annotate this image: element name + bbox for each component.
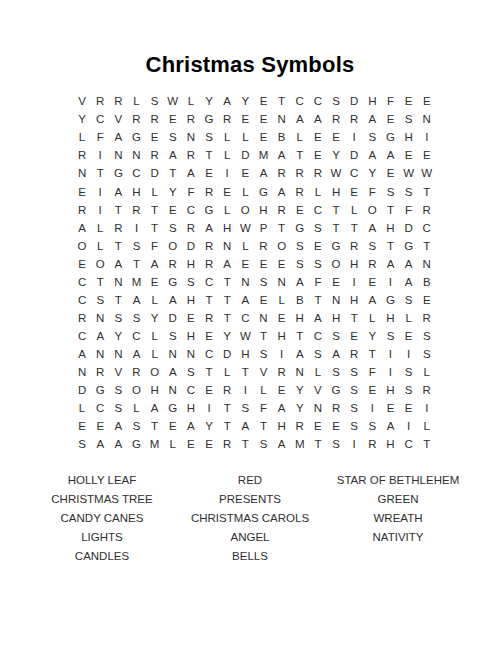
grid-cell[interactable]: N — [73, 364, 91, 382]
grid-cell[interactable]: A — [291, 111, 309, 129]
grid-cell[interactable]: E — [381, 111, 399, 129]
grid-cell[interactable]: T — [218, 310, 236, 328]
grid-cell[interactable]: R — [200, 237, 218, 255]
grid-cell[interactable]: Y — [200, 93, 218, 111]
grid-cell[interactable]: Y — [146, 310, 164, 328]
grid-cell[interactable]: S — [400, 183, 418, 201]
grid-cell[interactable]: T — [200, 364, 218, 382]
grid-cell[interactable]: S — [164, 219, 182, 237]
grid-cell[interactable]: E — [254, 111, 272, 129]
grid-cell[interactable]: M — [291, 436, 309, 454]
grid-cell[interactable]: Y — [164, 183, 182, 201]
grid-cell[interactable]: T — [327, 201, 345, 219]
grid-cell[interactable]: S — [182, 364, 200, 382]
grid-cell[interactable]: A — [327, 346, 345, 364]
grid-cell[interactable]: H — [327, 183, 345, 201]
grid-cell[interactable]: S — [236, 400, 254, 418]
grid-cell[interactable]: E — [236, 165, 254, 183]
grid-cell[interactable]: A — [109, 436, 127, 454]
grid-cell[interactable]: A — [109, 183, 127, 201]
grid-cell[interactable]: E — [254, 93, 272, 111]
grid-cell[interactable]: A — [218, 93, 236, 111]
grid-cell[interactable]: C — [345, 165, 363, 183]
grid-cell[interactable]: V — [109, 111, 127, 129]
grid-cell[interactable]: C — [309, 93, 327, 111]
grid-cell[interactable]: R — [273, 364, 291, 382]
grid-cell[interactable]: S — [164, 129, 182, 147]
grid-cell[interactable]: S — [400, 111, 418, 129]
grid-cell[interactable]: O — [164, 237, 182, 255]
grid-cell[interactable]: S — [109, 382, 127, 400]
grid-cell[interactable]: G — [327, 237, 345, 255]
grid-cell[interactable]: R — [146, 147, 164, 165]
grid-cell[interactable]: I — [127, 219, 145, 237]
grid-cell[interactable]: R — [91, 364, 109, 382]
grid-cell[interactable]: I — [381, 364, 399, 382]
grid-cell[interactable]: S — [291, 255, 309, 273]
grid-cell[interactable]: T — [345, 219, 363, 237]
grid-cell[interactable]: O — [327, 255, 345, 273]
grid-cell[interactable]: T — [109, 237, 127, 255]
grid-cell[interactable]: V — [309, 382, 327, 400]
grid-cell[interactable]: S — [200, 129, 218, 147]
grid-cell[interactable]: T — [236, 436, 254, 454]
grid-cell[interactable]: E — [273, 255, 291, 273]
grid-cell[interactable]: L — [273, 292, 291, 310]
grid-cell[interactable]: S — [127, 418, 145, 436]
grid-cell[interactable]: E — [309, 237, 327, 255]
grid-cell[interactable]: L — [236, 237, 254, 255]
grid-cell[interactable]: R — [218, 111, 236, 129]
grid-cell[interactable]: R — [146, 111, 164, 129]
grid-cell[interactable]: O — [73, 237, 91, 255]
grid-cell[interactable]: R — [127, 111, 145, 129]
grid-cell[interactable]: C — [309, 201, 327, 219]
grid-cell[interactable]: A — [273, 147, 291, 165]
grid-cell[interactable]: H — [182, 292, 200, 310]
grid-cell[interactable]: E — [400, 400, 418, 418]
grid-cell[interactable]: R — [164, 255, 182, 273]
grid-cell[interactable]: H — [345, 292, 363, 310]
grid-cell[interactable]: E — [363, 273, 381, 291]
grid-cell[interactable]: E — [345, 183, 363, 201]
grid-cell[interactable]: L — [218, 129, 236, 147]
grid-cell[interactable]: L — [182, 93, 200, 111]
grid-cell[interactable]: S — [327, 364, 345, 382]
grid-cell[interactable]: N — [109, 273, 127, 291]
grid-cell[interactable]: S — [345, 382, 363, 400]
grid-cell[interactable]: R — [109, 93, 127, 111]
grid-cell[interactable]: E — [273, 382, 291, 400]
grid-cell[interactable]: N — [164, 346, 182, 364]
grid-cell[interactable]: T — [200, 147, 218, 165]
grid-cell[interactable]: E — [200, 436, 218, 454]
grid-cell[interactable]: R — [91, 93, 109, 111]
grid-cell[interactable]: S — [254, 273, 272, 291]
grid-cell[interactable]: E — [309, 147, 327, 165]
grid-cell[interactable]: Y — [200, 418, 218, 436]
grid-cell[interactable]: A — [309, 310, 327, 328]
grid-cell[interactable]: R — [127, 201, 145, 219]
grid-cell[interactable]: A — [164, 147, 182, 165]
grid-cell[interactable]: A — [127, 346, 145, 364]
grid-cell[interactable]: L — [218, 364, 236, 382]
grid-cell[interactable]: S — [418, 346, 436, 364]
grid-cell[interactable]: A — [182, 418, 200, 436]
grid-cell[interactable]: H — [381, 436, 399, 454]
grid-cell[interactable]: R — [200, 183, 218, 201]
grid-cell[interactable]: A — [400, 273, 418, 291]
grid-cell[interactable]: A — [164, 292, 182, 310]
grid-cell[interactable]: G — [327, 382, 345, 400]
grid-cell[interactable]: L — [254, 382, 272, 400]
grid-cell[interactable]: D — [218, 346, 236, 364]
grid-cell[interactable]: N — [91, 310, 109, 328]
grid-cell[interactable]: H — [327, 310, 345, 328]
grid-cell[interactable]: T — [273, 219, 291, 237]
grid-cell[interactable]: T — [418, 436, 436, 454]
grid-cell[interactable]: T — [327, 219, 345, 237]
grid-cell[interactable]: E — [400, 147, 418, 165]
grid-cell[interactable]: B — [291, 292, 309, 310]
grid-cell[interactable]: S — [327, 328, 345, 346]
grid-cell[interactable]: R — [345, 346, 363, 364]
grid-cell[interactable]: A — [381, 418, 399, 436]
grid-cell[interactable]: A — [146, 400, 164, 418]
grid-cell[interactable]: S — [327, 436, 345, 454]
grid-cell[interactable]: E — [309, 418, 327, 436]
grid-cell[interactable]: O — [273, 237, 291, 255]
grid-cell[interactable]: D — [73, 382, 91, 400]
grid-cell[interactable]: L — [127, 400, 145, 418]
grid-cell[interactable]: S — [400, 382, 418, 400]
grid-cell[interactable]: E — [418, 93, 436, 111]
grid-cell[interactable]: V — [254, 364, 272, 382]
grid-cell[interactable]: E — [327, 418, 345, 436]
grid-cell[interactable]: E — [200, 382, 218, 400]
grid-cell[interactable]: I — [236, 382, 254, 400]
grid-cell[interactable]: R — [418, 310, 436, 328]
grid-cell[interactable]: R — [182, 219, 200, 237]
grid-cell[interactable]: E — [363, 382, 381, 400]
grid-cell[interactable]: I — [218, 165, 236, 183]
grid-cell[interactable]: R — [291, 165, 309, 183]
grid-cell[interactable]: W — [236, 328, 254, 346]
grid-cell[interactable]: H — [254, 201, 272, 219]
grid-cell[interactable]: A — [363, 292, 381, 310]
grid-cell[interactable]: T — [381, 201, 399, 219]
grid-cell[interactable]: G — [127, 436, 145, 454]
grid-cell[interactable]: T — [164, 165, 182, 183]
grid-cell[interactable]: O — [91, 255, 109, 273]
grid-cell[interactable]: E — [381, 400, 399, 418]
grid-cell[interactable]: L — [146, 183, 164, 201]
grid-cell[interactable]: V — [109, 364, 127, 382]
grid-cell[interactable]: N — [273, 111, 291, 129]
grid-cell[interactable]: E — [164, 111, 182, 129]
grid-cell[interactable]: T — [109, 201, 127, 219]
grid-cell[interactable]: R — [327, 111, 345, 129]
grid-cell[interactable]: R — [182, 111, 200, 129]
grid-cell[interactable]: E — [91, 418, 109, 436]
grid-cell[interactable]: A — [291, 346, 309, 364]
grid-cell[interactable]: E — [73, 255, 91, 273]
grid-cell[interactable]: T — [291, 147, 309, 165]
grid-cell[interactable]: C — [91, 111, 109, 129]
grid-cell[interactable]: H — [218, 219, 236, 237]
grid-cell[interactable]: E — [146, 129, 164, 147]
grid-cell[interactable]: H — [182, 255, 200, 273]
grid-cell[interactable]: N — [254, 310, 272, 328]
grid-cell[interactable]: G — [291, 219, 309, 237]
grid-cell[interactable]: C — [291, 93, 309, 111]
grid-cell[interactable]: T — [309, 292, 327, 310]
grid-cell[interactable]: L — [91, 237, 109, 255]
grid-cell[interactable]: B — [418, 273, 436, 291]
grid-cell[interactable]: T — [218, 273, 236, 291]
grid-cell[interactable]: G — [200, 111, 218, 129]
grid-cell[interactable]: S — [381, 183, 399, 201]
grid-cell[interactable]: T — [309, 436, 327, 454]
grid-cell[interactable]: E — [381, 165, 399, 183]
grid-cell[interactable]: E — [164, 201, 182, 219]
grid-cell[interactable]: A — [363, 219, 381, 237]
grid-cell[interactable]: I — [345, 129, 363, 147]
grid-cell[interactable]: E — [327, 129, 345, 147]
grid-cell[interactable]: S — [381, 328, 399, 346]
grid-cell[interactable]: L — [218, 201, 236, 219]
grid-cell[interactable]: R — [291, 418, 309, 436]
grid-cell[interactable]: M — [127, 273, 145, 291]
grid-cell[interactable]: L — [164, 436, 182, 454]
grid-cell[interactable]: N — [309, 400, 327, 418]
grid-cell[interactable]: Y — [109, 328, 127, 346]
grid-cell[interactable]: N — [418, 255, 436, 273]
grid-cell[interactable]: W — [236, 219, 254, 237]
grid-cell[interactable]: L — [218, 147, 236, 165]
grid-cell[interactable]: I — [345, 273, 363, 291]
grid-cell[interactable]: I — [400, 418, 418, 436]
grid-cell[interactable]: A — [273, 183, 291, 201]
grid-cell[interactable]: S — [363, 237, 381, 255]
grid-cell[interactable]: R — [200, 310, 218, 328]
grid-cell[interactable]: L — [146, 328, 164, 346]
grid-cell[interactable]: A — [200, 219, 218, 237]
grid-cell[interactable]: S — [345, 364, 363, 382]
grid-cell[interactable]: R — [363, 255, 381, 273]
grid-cell[interactable]: R — [218, 436, 236, 454]
grid-cell[interactable]: S — [109, 310, 127, 328]
grid-cell[interactable]: L — [363, 310, 381, 328]
grid-cell[interactable]: I — [381, 346, 399, 364]
grid-cell[interactable]: R — [254, 237, 272, 255]
grid-cell[interactable]: F — [91, 129, 109, 147]
grid-cell[interactable]: L — [236, 183, 254, 201]
grid-cell[interactable]: A — [218, 255, 236, 273]
grid-cell[interactable]: F — [363, 183, 381, 201]
grid-cell[interactable]: S — [146, 93, 164, 111]
grid-cell[interactable]: S — [418, 328, 436, 346]
grid-cell[interactable]: S — [73, 436, 91, 454]
grid-cell[interactable]: S — [127, 237, 145, 255]
grid-cell[interactable]: O — [127, 382, 145, 400]
grid-cell[interactable]: R — [73, 147, 91, 165]
grid-cell[interactable]: E — [236, 111, 254, 129]
grid-cell[interactable]: D — [164, 310, 182, 328]
grid-cell[interactable]: H — [400, 129, 418, 147]
grid-cell[interactable]: N — [91, 346, 109, 364]
grid-cell[interactable]: Y — [291, 382, 309, 400]
grid-cell[interactable]: G — [164, 400, 182, 418]
grid-cell[interactable]: A — [182, 165, 200, 183]
grid-cell[interactable]: H — [363, 93, 381, 111]
grid-cell[interactable]: N — [182, 346, 200, 364]
grid-cell[interactable]: N — [273, 273, 291, 291]
grid-cell[interactable]: A — [309, 111, 327, 129]
grid-cell[interactable]: S — [327, 93, 345, 111]
grid-cell[interactable]: P — [254, 219, 272, 237]
grid-cell[interactable]: G — [127, 129, 145, 147]
grid-cell[interactable]: C — [182, 382, 200, 400]
grid-cell[interactable]: W — [400, 165, 418, 183]
grid-cell[interactable]: C — [127, 165, 145, 183]
grid-cell[interactable]: I — [363, 400, 381, 418]
grid-cell[interactable]: E — [273, 310, 291, 328]
grid-cell[interactable]: O — [146, 364, 164, 382]
grid-cell[interactable]: T — [146, 219, 164, 237]
grid-cell[interactable]: T — [273, 93, 291, 111]
grid-cell[interactable]: C — [200, 273, 218, 291]
grid-cell[interactable]: I — [91, 183, 109, 201]
grid-cell[interactable]: A — [381, 147, 399, 165]
grid-cell[interactable]: E — [327, 273, 345, 291]
grid-cell[interactable]: H — [345, 255, 363, 273]
grid-cell[interactable]: Y — [236, 93, 254, 111]
grid-cell[interactable]: F — [400, 201, 418, 219]
grid-cell[interactable]: I — [400, 346, 418, 364]
grid-cell[interactable]: A — [109, 255, 127, 273]
grid-cell[interactable]: C — [127, 328, 145, 346]
grid-cell[interactable]: E — [164, 418, 182, 436]
grid-cell[interactable]: C — [400, 436, 418, 454]
grid-cell[interactable]: F — [254, 400, 272, 418]
grid-cell[interactable]: Y — [218, 328, 236, 346]
grid-cell[interactable]: N — [236, 273, 254, 291]
grid-cell[interactable]: S — [254, 436, 272, 454]
grid-cell[interactable]: C — [309, 328, 327, 346]
grid-cell[interactable]: R — [345, 111, 363, 129]
grid-cell[interactable]: A — [254, 165, 272, 183]
grid-cell[interactable]: H — [381, 219, 399, 237]
grid-cell[interactable]: A — [236, 292, 254, 310]
grid-cell[interactable]: R — [363, 436, 381, 454]
grid-cell[interactable]: A — [73, 219, 91, 237]
grid-cell[interactable]: A — [109, 418, 127, 436]
grid-cell[interactable]: C — [418, 219, 436, 237]
grid-cell[interactable]: R — [273, 165, 291, 183]
grid-cell[interactable]: Y — [327, 147, 345, 165]
grid-cell[interactable]: T — [218, 292, 236, 310]
grid-cell[interactable]: L — [146, 292, 164, 310]
grid-cell[interactable]: N — [182, 129, 200, 147]
grid-cell[interactable]: E — [236, 255, 254, 273]
grid-cell[interactable]: A — [381, 255, 399, 273]
grid-cell[interactable]: C — [91, 400, 109, 418]
grid-cell[interactable]: T — [236, 364, 254, 382]
grid-cell[interactable]: S — [91, 292, 109, 310]
grid-cell[interactable]: R — [291, 183, 309, 201]
grid-cell[interactable]: R — [418, 382, 436, 400]
grid-cell[interactable]: E — [291, 201, 309, 219]
grid-cell[interactable]: T — [345, 310, 363, 328]
grid-cell[interactable]: D — [182, 237, 200, 255]
grid-cell[interactable]: T — [418, 183, 436, 201]
grid-cell[interactable]: L — [309, 364, 327, 382]
grid-cell[interactable]: G — [381, 129, 399, 147]
grid-cell[interactable]: S — [363, 129, 381, 147]
grid-cell[interactable]: T — [381, 237, 399, 255]
grid-cell[interactable]: I — [418, 400, 436, 418]
grid-cell[interactable]: L — [291, 129, 309, 147]
grid-cell[interactable]: S — [345, 418, 363, 436]
grid-cell[interactable]: S — [254, 346, 272, 364]
grid-cell[interactable]: L — [146, 346, 164, 364]
grid-cell[interactable]: I — [418, 129, 436, 147]
grid-cell[interactable]: A — [236, 418, 254, 436]
grid-cell[interactable]: A — [91, 436, 109, 454]
grid-cell[interactable]: E — [73, 418, 91, 436]
grid-cell[interactable]: Y — [363, 165, 381, 183]
grid-cell[interactable]: E — [200, 328, 218, 346]
grid-cell[interactable]: F — [146, 237, 164, 255]
grid-cell[interactable]: H — [182, 328, 200, 346]
grid-cell[interactable]: I — [91, 201, 109, 219]
grid-cell[interactable]: T — [200, 292, 218, 310]
grid-cell[interactable]: A — [400, 255, 418, 273]
grid-cell[interactable]: N — [127, 147, 145, 165]
grid-cell[interactable]: E — [73, 183, 91, 201]
grid-cell[interactable]: L — [127, 93, 145, 111]
grid-cell[interactable]: E — [309, 129, 327, 147]
grid-cell[interactable]: S — [109, 400, 127, 418]
grid-cell[interactable]: S — [291, 237, 309, 255]
grid-cell[interactable]: M — [146, 436, 164, 454]
grid-cell[interactable]: H — [127, 183, 145, 201]
grid-cell[interactable]: L — [400, 310, 418, 328]
grid-cell[interactable]: H — [273, 418, 291, 436]
grid-cell[interactable]: R — [182, 147, 200, 165]
grid-cell[interactable]: I — [345, 436, 363, 454]
grid-cell[interactable]: C — [73, 292, 91, 310]
grid-cell[interactable]: H — [381, 310, 399, 328]
grid-cell[interactable]: D — [400, 219, 418, 237]
grid-cell[interactable]: H — [146, 382, 164, 400]
grid-cell[interactable]: E — [254, 129, 272, 147]
grid-cell[interactable]: H — [182, 400, 200, 418]
grid-cell[interactable]: E — [345, 328, 363, 346]
grid-cell[interactable]: G — [200, 201, 218, 219]
grid-cell[interactable]: N — [418, 111, 436, 129]
grid-cell[interactable]: S — [400, 292, 418, 310]
grid-cell[interactable]: C — [182, 201, 200, 219]
grid-cell[interactable]: W — [418, 165, 436, 183]
grid-cell[interactable]: A — [146, 255, 164, 273]
grid-cell[interactable]: T — [109, 292, 127, 310]
grid-cell[interactable]: R — [218, 382, 236, 400]
grid-cell[interactable]: A — [109, 129, 127, 147]
grid-cell[interactable]: W — [164, 93, 182, 111]
grid-cell[interactable]: L — [73, 400, 91, 418]
